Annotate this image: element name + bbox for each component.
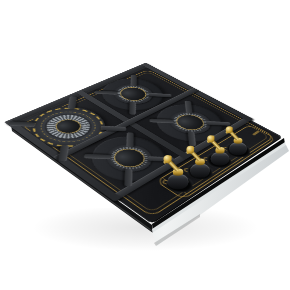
knob-base (229, 142, 247, 155)
product-photo (0, 0, 290, 290)
knob-brass-tip (163, 155, 171, 163)
knob-brass-tip (207, 135, 214, 142)
knob-brass-tip (186, 146, 194, 154)
knob-base (211, 152, 229, 166)
knob-base (168, 174, 189, 190)
knob-base (190, 163, 209, 178)
knob-brass-tip (226, 126, 233, 133)
